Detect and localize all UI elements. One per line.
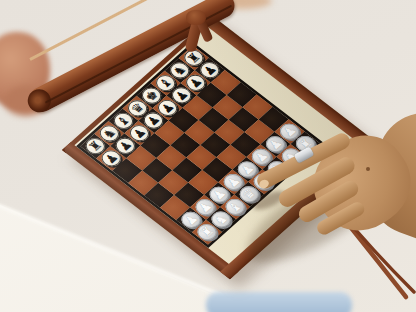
photo-scene: ♜♞♝♛♚♝♞♜♟♟♟♟♟♟♟♟♟♟♟♟♟♟♟♟♜♞♝♛♚♝♞♜ xyxy=(0,0,416,312)
skin-mole xyxy=(366,167,370,171)
